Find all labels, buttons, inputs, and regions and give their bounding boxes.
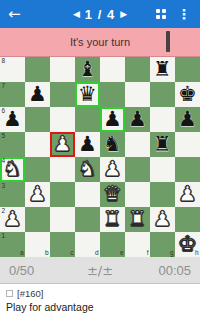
rank-label: 8: [2, 58, 6, 65]
app-bar: ← ◀ 1 / 4 ▶ ⋮: [0, 0, 200, 28]
square-c5[interactable]: ♟: [50, 132, 75, 157]
square-f8[interactable]: [125, 57, 150, 82]
task-description: Play for advantage: [6, 301, 200, 313]
bullet-square-icon: [6, 290, 13, 297]
square-f5[interactable]: [125, 132, 150, 157]
file-label: b: [45, 250, 49, 257]
square-d1[interactable]: d: [75, 232, 100, 257]
task-id-line: [#160]: [6, 288, 200, 299]
square-e2[interactable]: ♜: [100, 207, 125, 232]
square-a3[interactable]: 3: [0, 182, 25, 207]
square-d6[interactable]: [75, 107, 100, 132]
square-c8[interactable]: [50, 57, 75, 82]
square-a1[interactable]: 1a: [0, 232, 25, 257]
rank-label: 1: [2, 233, 6, 240]
turn-banner: It's your turn: [0, 28, 200, 57]
square-g4[interactable]: [150, 157, 175, 182]
square-f2[interactable]: ♜: [125, 207, 150, 232]
chess-board: 8♝♜7♟♛♚6♟♟♟♟5♟♟♞♜4♞♞♟3♟♛♟2♟♜♜♟1abcdefgh♚: [0, 57, 200, 257]
square-e5[interactable]: ♞: [100, 132, 125, 157]
evaluation-display: ±/±: [87, 263, 113, 278]
square-f3[interactable]: [125, 182, 150, 207]
file-label: h: [195, 250, 199, 257]
square-d8[interactable]: ♝: [75, 57, 100, 82]
square-a4[interactable]: 4♞: [0, 157, 25, 182]
puzzle-counter: 1 / 4: [85, 7, 115, 22]
white-pawn: ♟: [103, 157, 122, 182]
square-h5[interactable]: [175, 132, 200, 157]
rank-label: 2: [2, 208, 6, 215]
black-pawn: ♟: [128, 107, 147, 132]
black-pawn: ♟: [103, 107, 122, 132]
rank-label: 3: [2, 183, 6, 190]
white-rook: ♜: [103, 207, 122, 232]
square-f4[interactable]: [125, 157, 150, 182]
square-h1[interactable]: h♚: [175, 232, 200, 257]
square-a6[interactable]: 6♟: [0, 107, 25, 132]
square-h7[interactable]: ♚: [175, 82, 200, 107]
black-pawn: ♟: [3, 107, 22, 132]
square-c6[interactable]: [50, 107, 75, 132]
white-pawn: ♟: [153, 207, 172, 232]
file-label: c: [70, 250, 73, 257]
prev-puzzle-icon[interactable]: ◀: [73, 0, 80, 28]
grid-dot: [162, 15, 166, 19]
file-label: a: [20, 250, 24, 257]
back-icon[interactable]: ←: [8, 0, 21, 28]
square-b7[interactable]: ♟: [25, 82, 50, 107]
white-knight: ♞: [78, 157, 97, 182]
square-c7[interactable]: [50, 82, 75, 107]
black-pawn: ♟: [28, 82, 47, 107]
square-b2[interactable]: [25, 207, 50, 232]
app-bar-actions: ⋮: [156, 0, 191, 28]
square-d3[interactable]: [75, 182, 100, 207]
file-label: e: [120, 250, 124, 257]
computer-opponent-icon[interactable]: [166, 33, 188, 51]
square-b4[interactable]: [25, 157, 50, 182]
square-c2[interactable]: [50, 207, 75, 232]
square-e8[interactable]: [100, 57, 125, 82]
rank-label: 6: [2, 108, 6, 115]
square-b8[interactable]: [25, 57, 50, 82]
square-h8[interactable]: [175, 57, 200, 82]
status-bar: 0/50 ±/± 00:05: [0, 257, 200, 284]
square-b5[interactable]: [25, 132, 50, 157]
white-queen: ♛: [103, 182, 122, 207]
white-pawn: ♟: [3, 207, 22, 232]
square-e1[interactable]: e: [100, 232, 125, 257]
square-g2[interactable]: ♟: [150, 207, 175, 232]
square-c1[interactable]: c: [50, 232, 75, 257]
square-e7[interactable]: [100, 82, 125, 107]
black-bishop: ♝: [78, 57, 97, 82]
puzzle-navigation: ◀ 1 / 4 ▶: [73, 0, 127, 28]
square-g8[interactable]: ♜: [150, 57, 175, 82]
square-e3[interactable]: ♛: [100, 182, 125, 207]
black-knight: ♞: [103, 132, 122, 157]
rank-label: 5: [2, 133, 6, 140]
square-b1[interactable]: b: [25, 232, 50, 257]
next-puzzle-icon[interactable]: ▶: [120, 0, 127, 28]
square-e6[interactable]: ♟: [100, 107, 125, 132]
square-a7[interactable]: 7: [0, 82, 25, 107]
task-id: [#160]: [17, 288, 43, 299]
black-pawn: ♟: [178, 107, 197, 132]
square-b3[interactable]: ♟: [25, 182, 50, 207]
score-counter: 0/50: [9, 263, 34, 278]
white-knight: ♞: [3, 157, 22, 182]
white-rook: ♜: [128, 207, 147, 232]
task-info: [#160] Play for advantage: [0, 284, 200, 313]
square-a5[interactable]: 5: [0, 132, 25, 157]
black-king: ♚: [178, 82, 197, 107]
square-h2[interactable]: [175, 207, 200, 232]
square-d5[interactable]: ♟: [75, 132, 100, 157]
file-label: f: [147, 250, 149, 257]
square-d7[interactable]: ♛: [75, 82, 100, 107]
black-queen: ♛: [78, 82, 97, 107]
laptop-screen: [166, 31, 170, 52]
turn-banner-text: It's your turn: [70, 36, 130, 48]
grid-dot: [162, 9, 166, 13]
white-pawn: ♟: [178, 182, 197, 207]
black-rook: ♜: [153, 57, 172, 82]
square-c3[interactable]: [50, 182, 75, 207]
square-f1[interactable]: f: [125, 232, 150, 257]
rank-label: 7: [2, 83, 6, 90]
file-label: d: [95, 250, 99, 257]
black-pawn: ♟: [78, 132, 97, 157]
grid-view-icon[interactable]: [156, 9, 166, 19]
black-rook: ♜: [153, 132, 172, 157]
white-pawn: ♟: [53, 132, 72, 157]
square-f6[interactable]: ♟: [125, 107, 150, 132]
square-h3[interactable]: ♟: [175, 182, 200, 207]
square-g6[interactable]: [150, 107, 175, 132]
grid-dot: [156, 15, 160, 19]
grid-dot: [156, 9, 160, 13]
square-g1[interactable]: g: [150, 232, 175, 257]
rank-label: 4: [2, 158, 6, 165]
square-g5[interactable]: ♜: [150, 132, 175, 157]
file-label: g: [170, 250, 174, 257]
square-g3[interactable]: [150, 182, 175, 207]
square-h6[interactable]: ♟: [175, 107, 200, 132]
square-c4[interactable]: [50, 157, 75, 182]
timer-display: 00:05: [158, 263, 191, 278]
square-h4[interactable]: [175, 157, 200, 182]
square-e4[interactable]: ♟: [100, 157, 125, 182]
square-g7[interactable]: [150, 82, 175, 107]
square-d2[interactable]: [75, 207, 100, 232]
square-d4[interactable]: ♞: [75, 157, 100, 182]
white-pawn: ♟: [28, 182, 47, 207]
square-f7[interactable]: [125, 82, 150, 107]
square-a8[interactable]: 8: [0, 57, 25, 82]
overflow-menu-icon[interactable]: ⋮: [177, 0, 191, 28]
app-window: ← ◀ 1 / 4 ▶ ⋮ It's your turn 8♝♜7♟♛♚6♟♟♟…: [0, 0, 200, 315]
square-b6[interactable]: [25, 107, 50, 132]
square-a2[interactable]: 2♟: [0, 207, 25, 232]
